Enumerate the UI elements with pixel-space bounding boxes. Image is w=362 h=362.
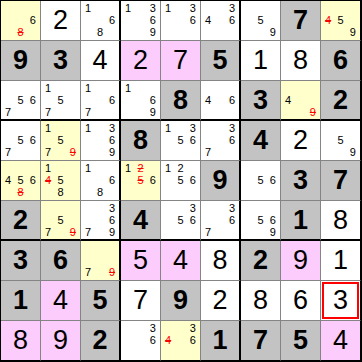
cell-r2c3[interactable]: 4 <box>81 41 121 81</box>
given-digit: 7 <box>281 1 320 40</box>
cell-r4c4[interactable]: 8 <box>121 121 161 161</box>
cell-r3c3[interactable]: 167 <box>81 81 121 121</box>
given-digit: 6 <box>41 241 80 280</box>
candidate-2: 2 <box>174 162 186 174</box>
candidate-7: 7 <box>42 226 54 238</box>
candidate-1: 1 <box>42 82 54 94</box>
given-digit: 9 <box>201 161 239 200</box>
pencilmarks: 59 <box>242 2 279 39</box>
candidate-5: 5 <box>334 14 346 26</box>
candidate-5: 5 <box>334 134 346 146</box>
candidate-7: 7 <box>82 106 94 118</box>
pencilmarks: 567 <box>2 82 39 118</box>
cell-r6c8[interactable]: 1 <box>281 201 321 241</box>
given-digit: 2 <box>241 241 280 280</box>
candidate-7: 7 <box>202 226 214 238</box>
candidate-1: 1 <box>122 82 134 94</box>
cell-r4c8[interactable]: 2 <box>281 121 321 161</box>
eliminated-candidate-9: 9 <box>67 226 79 238</box>
given-digit: 3 <box>241 81 280 119</box>
cell-r3c1[interactable]: 567 <box>1 81 41 121</box>
candidate-1: 1 <box>122 162 134 174</box>
candidate-5: 5 <box>14 174 26 186</box>
cell-r9c3[interactable]: 2 <box>81 321 121 361</box>
pencilmarks: 1256 <box>162 162 199 199</box>
candidate-8: 8 <box>94 187 106 199</box>
candidate-7: 7 <box>2 106 14 118</box>
candidate-8: 8 <box>94 27 106 39</box>
solved-digit: 6 <box>281 281 320 320</box>
pencilmarks: 579 <box>42 202 79 238</box>
eliminated-candidate-4: 4 <box>42 174 54 186</box>
pencilmarks: 79 <box>82 242 118 279</box>
cell-r5c9[interactable]: 7 <box>321 161 361 201</box>
candidate-6: 6 <box>27 134 39 146</box>
cell-r1c3[interactable]: 168 <box>81 1 121 41</box>
cell-r9c8[interactable]: 5 <box>281 321 321 361</box>
cell-r9c7[interactable]: 7 <box>241 321 281 361</box>
candidate-6: 6 <box>27 14 39 26</box>
solved-digit: 4 <box>41 281 80 320</box>
given-digit: 2 <box>1 201 40 239</box>
given-digit: 3 <box>41 41 80 80</box>
pencilmarks: 169 <box>122 82 159 118</box>
cell-r8c1[interactable]: 1 <box>1 281 41 321</box>
candidate-8: 8 <box>54 187 66 199</box>
candidate-4: 4 <box>202 94 214 106</box>
pencilmarks: 346 <box>162 322 199 359</box>
candidate-9: 9 <box>267 27 279 39</box>
cell-r7c1[interactable]: 3 <box>1 241 41 281</box>
given-digit: 1 <box>201 321 239 360</box>
candidate-6: 6 <box>267 174 279 186</box>
candidate-3: 3 <box>106 202 118 214</box>
solved-digit: 3 <box>321 281 360 320</box>
candidate-5: 5 <box>54 174 66 186</box>
candidate-5: 5 <box>254 214 266 226</box>
candidate-6: 6 <box>267 214 279 226</box>
cell-r5c6[interactable]: 9 <box>201 161 241 201</box>
cell-r7c8[interactable]: 9 <box>281 241 321 281</box>
eliminated-candidate-4: 4 <box>322 14 334 26</box>
pencilmarks: 567 <box>2 122 39 159</box>
solved-digit: 4 <box>161 241 200 280</box>
cell-r6c9[interactable]: 8 <box>321 201 361 241</box>
cell-r8c8[interactable]: 6 <box>281 281 321 321</box>
given-digit: 3 <box>1 241 40 280</box>
pencilmarks: 1458 <box>42 162 79 199</box>
cell-r5c1[interactable]: 4568 <box>1 161 41 201</box>
cell-r1c1[interactable]: 68 <box>1 1 41 41</box>
given-digit: 5 <box>81 281 119 320</box>
eliminated-candidate-9: 9 <box>106 267 118 279</box>
candidate-7: 7 <box>202 147 214 159</box>
candidate-6: 6 <box>106 94 118 106</box>
cell-r7c7[interactable]: 2 <box>241 241 281 281</box>
cell-r6c4[interactable]: 4 <box>121 201 161 241</box>
cell-r7c4[interactable]: 5 <box>121 241 161 281</box>
candidate-1: 1 <box>42 122 54 134</box>
cell-r9c5[interactable]: 346 <box>161 321 201 361</box>
cell-r6c1[interactable]: 2 <box>1 201 41 241</box>
candidate-9: 9 <box>106 226 118 238</box>
candidate-4: 4 <box>2 174 14 186</box>
candidate-1: 1 <box>42 162 54 174</box>
cell-r4c5[interactable]: 1356 <box>161 121 201 161</box>
candidate-1: 1 <box>82 2 94 14</box>
candidate-1: 1 <box>82 162 94 174</box>
solved-digit: 8 <box>241 281 280 320</box>
given-digit: 1 <box>1 281 40 320</box>
pencilmarks: 4568 <box>2 162 39 199</box>
eliminated-candidate-4: 4 <box>162 334 174 346</box>
candidate-6: 6 <box>226 14 238 26</box>
solved-digit: 2 <box>121 41 160 80</box>
given-digit: 2 <box>81 321 119 360</box>
solved-digit: 4 <box>321 321 360 360</box>
cell-r1c9[interactable]: 459 <box>321 1 361 41</box>
candidate-3: 3 <box>147 322 159 334</box>
candidate-9: 9 <box>347 27 359 39</box>
candidate-5: 5 <box>54 214 66 226</box>
cell-r4c1[interactable]: 567 <box>1 121 41 161</box>
given-digit: 4 <box>241 121 280 160</box>
candidate-7: 7 <box>82 226 94 238</box>
cell-r2c4[interactable]: 2 <box>121 41 161 81</box>
pencilmarks: 56 <box>242 162 279 199</box>
cell-r5c3[interactable]: 168 <box>81 161 121 201</box>
cell-r1c6[interactable]: 346 <box>201 1 241 41</box>
candidate-6: 6 <box>187 214 199 226</box>
cell-r3c8[interactable]: 49 <box>281 81 321 121</box>
candidate-9: 9 <box>147 27 159 39</box>
cell-r1c2[interactable]: 2 <box>41 1 81 41</box>
cell-r2c9[interactable]: 6 <box>321 41 361 81</box>
candidate-3: 3 <box>226 122 238 134</box>
cell-r3c4[interactable]: 169 <box>121 81 161 121</box>
cell-r4c3[interactable]: 1369 <box>81 121 121 161</box>
candidate-1: 1 <box>162 2 174 14</box>
cell-r8c2[interactable]: 4 <box>41 281 81 321</box>
candidate-7: 7 <box>82 267 94 279</box>
pencilmarks: 168 <box>82 2 118 39</box>
solved-digit: 9 <box>281 241 320 280</box>
cell-r7c5[interactable]: 4 <box>161 241 201 281</box>
cell-r6c5[interactable]: 356 <box>161 201 201 241</box>
candidate-5: 5 <box>14 134 26 146</box>
pencilmarks: 1256 <box>122 162 159 199</box>
cell-r6c6[interactable]: 367 <box>201 201 241 241</box>
solved-digit: 2 <box>281 121 320 160</box>
eliminated-candidate-9: 9 <box>307 106 319 118</box>
cell-r1c4[interactable]: 1369 <box>121 1 161 41</box>
given-digit: 5 <box>201 41 239 80</box>
candidate-6: 6 <box>147 14 159 26</box>
cell-r5c5[interactable]: 1256 <box>161 161 201 201</box>
cell-r2c8[interactable]: 8 <box>281 41 321 81</box>
cell-r3c6[interactable]: 46 <box>201 81 241 121</box>
cell-r5c2[interactable]: 1458 <box>41 161 81 201</box>
candidate-6: 6 <box>187 14 199 26</box>
given-digit: 2 <box>321 81 360 119</box>
solved-digit: 8 <box>201 241 239 280</box>
candidate-5: 5 <box>174 134 186 146</box>
pencilmarks: 1579 <box>42 122 79 159</box>
solved-digit: 5 <box>121 241 160 280</box>
cell-r3c9[interactable]: 2 <box>321 81 361 121</box>
cell-r3c2[interactable]: 157 <box>41 81 81 121</box>
solved-digit: 2 <box>201 281 239 320</box>
solved-digit: 7 <box>121 281 160 320</box>
cell-r6c2[interactable]: 579 <box>41 201 81 241</box>
candidate-6: 6 <box>106 134 118 146</box>
candidate-3: 3 <box>226 202 238 214</box>
cell-r5c4[interactable]: 1256 <box>121 161 161 201</box>
candidate-1: 1 <box>82 122 94 134</box>
solved-digit: 8 <box>321 201 360 239</box>
candidate-1: 1 <box>122 2 134 14</box>
candidate-6: 6 <box>226 214 238 226</box>
pencilmarks: 157 <box>42 82 79 118</box>
pencilmarks: 346 <box>202 2 238 39</box>
cell-r2c6[interactable]: 5 <box>201 41 241 81</box>
solved-digit: 2 <box>41 1 80 40</box>
candidate-6: 6 <box>226 94 238 106</box>
cell-r3c5[interactable]: 8 <box>161 81 201 121</box>
cell-r6c3[interactable]: 3679 <box>81 201 121 241</box>
solved-digit: 1 <box>321 241 360 280</box>
candidate-6: 6 <box>147 94 159 106</box>
cell-r2c5[interactable]: 7 <box>161 41 201 81</box>
solved-digit: 7 <box>161 41 200 80</box>
candidate-6: 6 <box>27 174 39 186</box>
solved-digit: 8 <box>1 321 40 360</box>
cell-r1c8[interactable]: 7 <box>281 1 321 41</box>
given-digit: 7 <box>241 321 280 360</box>
solved-digit: 9 <box>41 321 80 360</box>
candidate-5: 5 <box>14 94 26 106</box>
cell-r9c1[interactable]: 8 <box>1 321 41 361</box>
candidate-7: 7 <box>2 147 14 159</box>
given-digit: 8 <box>161 81 200 119</box>
candidate-5: 5 <box>174 174 186 186</box>
candidate-6: 6 <box>187 174 199 186</box>
pencilmarks: 459 <box>322 2 359 39</box>
candidate-3: 3 <box>187 122 199 134</box>
cell-r5c7[interactable]: 56 <box>241 161 281 201</box>
cell-r7c3[interactable]: 79 <box>81 241 121 281</box>
solved-digit: 8 <box>281 41 320 80</box>
cell-r9c4[interactable]: 36 <box>121 321 161 361</box>
cell-r8c5[interactable]: 9 <box>161 281 201 321</box>
candidate-6: 6 <box>106 214 118 226</box>
candidate-7: 7 <box>42 106 54 118</box>
eliminated-candidate-8: 8 <box>14 27 26 39</box>
candidate-3: 3 <box>187 2 199 14</box>
pencilmarks: 36 <box>122 322 159 359</box>
pencilmarks: 3679 <box>82 202 118 238</box>
eliminated-candidate-5: 5 <box>134 174 146 186</box>
cell-r4c9[interactable]: 59 <box>321 121 361 161</box>
cell-r2c1[interactable]: 9 <box>1 41 41 81</box>
cell-r3c7[interactable]: 3 <box>241 81 281 121</box>
candidate-5: 5 <box>254 14 266 26</box>
cell-r8c6[interactable]: 2 <box>201 281 241 321</box>
candidate-5: 5 <box>54 134 66 146</box>
cell-r9c9[interactable]: 4 <box>321 321 361 361</box>
candidate-1: 1 <box>162 162 174 174</box>
candidate-1: 1 <box>82 82 94 94</box>
candidate-6: 6 <box>147 174 159 186</box>
solved-digit: 4 <box>81 41 119 80</box>
pencilmarks: 367 <box>202 122 238 159</box>
candidate-5: 5 <box>254 174 266 186</box>
pencilmarks: 49 <box>282 82 319 118</box>
pencilmarks: 168 <box>82 162 118 199</box>
candidate-3: 3 <box>106 122 118 134</box>
candidate-5: 5 <box>54 94 66 106</box>
given-digit: 9 <box>1 41 40 80</box>
given-digit: 7 <box>321 161 360 200</box>
cell-r8c3[interactable]: 5 <box>81 281 121 321</box>
pencilmarks: 68 <box>2 2 39 39</box>
cell-r8c7[interactable]: 8 <box>241 281 281 321</box>
cell-r4c6[interactable]: 367 <box>201 121 241 161</box>
cell-r1c7[interactable]: 59 <box>241 1 281 41</box>
given-digit: 9 <box>161 281 200 320</box>
candidate-7: 7 <box>42 147 54 159</box>
cell-r7c9[interactable]: 1 <box>321 241 361 281</box>
candidate-6: 6 <box>106 174 118 186</box>
candidate-6: 6 <box>226 134 238 146</box>
candidate-3: 3 <box>147 2 159 14</box>
given-digit: 1 <box>281 201 320 239</box>
pencilmarks: 367 <box>202 202 238 238</box>
candidate-6: 6 <box>27 94 39 106</box>
pencilmarks: 569 <box>242 202 279 238</box>
given-digit: 5 <box>281 321 320 360</box>
candidate-3: 3 <box>187 322 199 334</box>
cell-r9c6[interactable]: 1 <box>201 321 241 361</box>
cell-r6c7[interactable]: 569 <box>241 201 281 241</box>
pencilmarks: 1369 <box>82 122 118 159</box>
cell-r5c8[interactable]: 3 <box>281 161 321 201</box>
given-digit: 3 <box>281 161 320 200</box>
candidate-9: 9 <box>347 147 359 159</box>
pencilmarks: 136 <box>162 2 199 39</box>
given-digit: 4 <box>121 201 160 239</box>
eliminated-candidate-2: 2 <box>134 162 146 174</box>
candidate-4: 4 <box>202 14 214 26</box>
eliminated-candidate-9: 9 <box>67 147 79 159</box>
solved-digit: 1 <box>241 41 280 80</box>
candidate-6: 6 <box>187 134 199 146</box>
candidate-1: 1 <box>162 122 174 134</box>
candidate-6: 6 <box>106 14 118 26</box>
pencilmarks: 46 <box>202 82 238 118</box>
candidate-3: 3 <box>226 2 238 14</box>
cell-r4c2[interactable]: 1579 <box>41 121 81 161</box>
candidate-9: 9 <box>106 147 118 159</box>
candidate-9: 9 <box>147 106 159 118</box>
cell-r2c2[interactable]: 3 <box>41 41 81 81</box>
pencilmarks: 1356 <box>162 122 199 159</box>
pencilmarks: 356 <box>162 202 199 238</box>
cell-r7c2[interactable]: 6 <box>41 241 81 281</box>
candidate-3: 3 <box>187 202 199 214</box>
cell-r7c6[interactable]: 8 <box>201 241 241 281</box>
eliminated-candidate-8: 8 <box>14 187 26 199</box>
cell-r4c7[interactable]: 4 <box>241 121 281 161</box>
candidate-9: 9 <box>267 226 279 238</box>
candidate-4: 4 <box>282 94 294 106</box>
sudoku-board: 6821681369136346597459934275186567157167… <box>0 0 362 362</box>
cell-r8c9[interactable]: 3 <box>321 281 361 321</box>
pencilmarks: 59 <box>322 122 359 159</box>
given-digit: 8 <box>121 121 160 160</box>
cell-r8c4[interactable]: 7 <box>121 281 161 321</box>
given-digit: 6 <box>321 41 360 80</box>
cell-r1c5[interactable]: 136 <box>161 1 201 41</box>
pencilmarks: 167 <box>82 82 118 118</box>
candidate-5: 5 <box>174 214 186 226</box>
candidate-6: 6 <box>147 334 159 346</box>
pencilmarks: 1369 <box>122 2 159 39</box>
candidate-6: 6 <box>187 334 199 346</box>
cell-r9c2[interactable]: 9 <box>41 321 81 361</box>
cell-r2c7[interactable]: 1 <box>241 41 281 81</box>
